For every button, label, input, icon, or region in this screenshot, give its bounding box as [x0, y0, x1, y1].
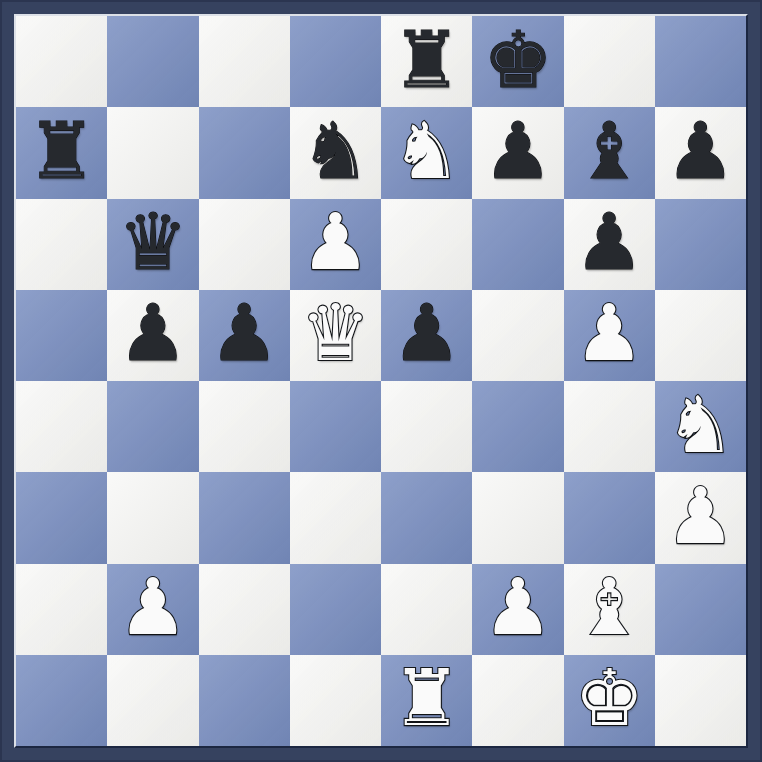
square-c2[interactable] [199, 564, 290, 655]
square-a7[interactable]: ♜ [16, 107, 107, 198]
board-frame: ♜♚♜♞♞♟♝♟♛♟♟♟♟♛♟♟♞♟♟♟♝♜♚ [14, 14, 748, 748]
square-b8[interactable] [107, 16, 198, 107]
piece-black-pawn[interactable]: ♟ [665, 112, 735, 190]
piece-white-pawn[interactable]: ♟ [300, 203, 370, 281]
square-c5[interactable]: ♟ [199, 290, 290, 381]
square-g3[interactable] [564, 472, 655, 563]
square-e4[interactable] [381, 381, 472, 472]
square-h6[interactable] [655, 199, 746, 290]
square-c1[interactable] [199, 655, 290, 746]
square-g7[interactable]: ♝ [564, 107, 655, 198]
piece-white-pawn[interactable]: ♟ [665, 477, 735, 555]
chess-app-window: ♜♚♜♞♞♟♝♟♛♟♟♟♟♛♟♟♞♟♟♟♝♜♚ [0, 0, 762, 762]
square-e8[interactable]: ♜ [381, 16, 472, 107]
square-f3[interactable] [472, 472, 563, 563]
piece-white-pawn[interactable]: ♟ [574, 294, 644, 372]
square-d3[interactable] [290, 472, 381, 563]
square-f5[interactable] [472, 290, 563, 381]
piece-black-pawn[interactable]: ♟ [209, 294, 279, 372]
square-e5[interactable]: ♟ [381, 290, 472, 381]
square-a5[interactable] [16, 290, 107, 381]
square-f8[interactable]: ♚ [472, 16, 563, 107]
square-f1[interactable] [472, 655, 563, 746]
square-e3[interactable] [381, 472, 472, 563]
piece-black-king[interactable]: ♚ [483, 21, 553, 99]
square-d6[interactable]: ♟ [290, 199, 381, 290]
square-d8[interactable] [290, 16, 381, 107]
square-e6[interactable] [381, 199, 472, 290]
square-b1[interactable] [107, 655, 198, 746]
square-c6[interactable] [199, 199, 290, 290]
square-d1[interactable] [290, 655, 381, 746]
piece-black-pawn[interactable]: ♟ [118, 294, 188, 372]
square-e2[interactable] [381, 564, 472, 655]
square-e1[interactable]: ♜ [381, 655, 472, 746]
square-h5[interactable] [655, 290, 746, 381]
square-b5[interactable]: ♟ [107, 290, 198, 381]
square-f2[interactable]: ♟ [472, 564, 563, 655]
square-f4[interactable] [472, 381, 563, 472]
square-b7[interactable] [107, 107, 198, 198]
square-e7[interactable]: ♞ [381, 107, 472, 198]
piece-white-queen[interactable]: ♛ [300, 294, 370, 372]
square-g5[interactable]: ♟ [564, 290, 655, 381]
piece-black-bishop[interactable]: ♝ [574, 112, 644, 190]
square-h8[interactable] [655, 16, 746, 107]
square-g6[interactable]: ♟ [564, 199, 655, 290]
square-c3[interactable] [199, 472, 290, 563]
piece-black-rook[interactable]: ♜ [27, 112, 97, 190]
square-g1[interactable]: ♚ [564, 655, 655, 746]
square-d2[interactable] [290, 564, 381, 655]
square-b4[interactable] [107, 381, 198, 472]
square-g2[interactable]: ♝ [564, 564, 655, 655]
piece-white-rook[interactable]: ♜ [392, 659, 462, 737]
square-h2[interactable] [655, 564, 746, 655]
piece-black-queen[interactable]: ♛ [118, 203, 188, 281]
piece-black-rook[interactable]: ♜ [392, 21, 462, 99]
square-h3[interactable]: ♟ [655, 472, 746, 563]
piece-white-knight[interactable]: ♞ [392, 112, 462, 190]
square-a6[interactable] [16, 199, 107, 290]
square-d5[interactable]: ♛ [290, 290, 381, 381]
piece-white-bishop[interactable]: ♝ [574, 568, 644, 646]
square-c7[interactable] [199, 107, 290, 198]
chess-board: ♜♚♜♞♞♟♝♟♛♟♟♟♟♛♟♟♞♟♟♟♝♜♚ [16, 16, 746, 746]
piece-white-pawn[interactable]: ♟ [483, 568, 553, 646]
square-a4[interactable] [16, 381, 107, 472]
square-a1[interactable] [16, 655, 107, 746]
square-f7[interactable]: ♟ [472, 107, 563, 198]
piece-white-knight[interactable]: ♞ [665, 386, 735, 464]
piece-black-pawn[interactable]: ♟ [483, 112, 553, 190]
square-f6[interactable] [472, 199, 563, 290]
square-g4[interactable] [564, 381, 655, 472]
square-d4[interactable] [290, 381, 381, 472]
square-c8[interactable] [199, 16, 290, 107]
piece-black-pawn[interactable]: ♟ [392, 294, 462, 372]
piece-white-pawn[interactable]: ♟ [118, 568, 188, 646]
square-h7[interactable]: ♟ [655, 107, 746, 198]
piece-white-king[interactable]: ♚ [574, 659, 644, 737]
square-c4[interactable] [199, 381, 290, 472]
square-a2[interactable] [16, 564, 107, 655]
piece-black-knight[interactable]: ♞ [300, 112, 370, 190]
square-h4[interactable]: ♞ [655, 381, 746, 472]
square-a3[interactable] [16, 472, 107, 563]
square-g8[interactable] [564, 16, 655, 107]
square-h1[interactable] [655, 655, 746, 746]
square-b2[interactable]: ♟ [107, 564, 198, 655]
piece-black-pawn[interactable]: ♟ [574, 203, 644, 281]
square-b6[interactable]: ♛ [107, 199, 198, 290]
square-d7[interactable]: ♞ [290, 107, 381, 198]
square-a8[interactable] [16, 16, 107, 107]
square-b3[interactable] [107, 472, 198, 563]
